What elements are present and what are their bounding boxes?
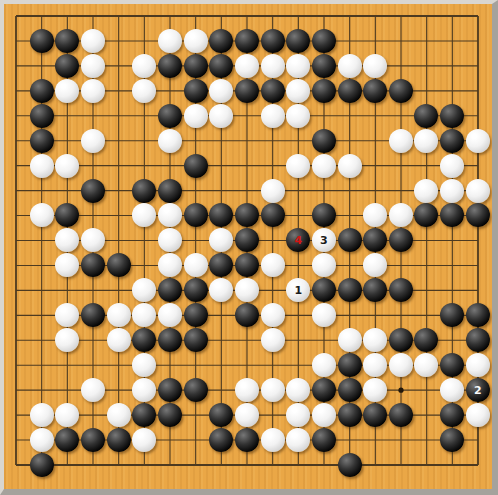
go-game-screenshot: 4312 [0, 0, 498, 495]
board-frame [0, 0, 498, 495]
